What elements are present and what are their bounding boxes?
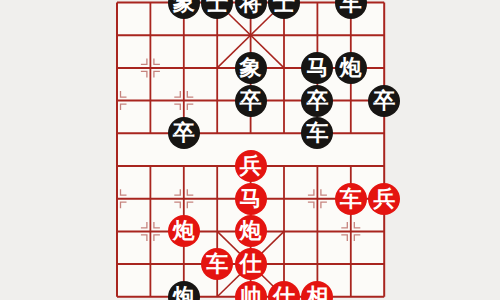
piece-red-cannon[interactable]: 炮: [235, 215, 267, 247]
piece-red-soldier[interactable]: 兵: [368, 183, 400, 215]
piece-red-soldier[interactable]: 兵: [235, 150, 267, 182]
piece-black-soldier[interactable]: 卒: [235, 85, 267, 117]
xiangqi-app: 象士将士车象马炮卒卒卒卒车炮兵马车兵炮炮车仕帅仕相: [0, 0, 500, 300]
piece-red-advisor[interactable]: 仕: [235, 248, 267, 280]
piece-black-cannon[interactable]: 炮: [335, 52, 367, 84]
piece-black-soldier[interactable]: 卒: [168, 117, 200, 149]
piece-red-chariot[interactable]: 车: [335, 183, 367, 215]
piece-black-soldier[interactable]: 卒: [301, 85, 333, 117]
piece-black-elephant[interactable]: 象: [235, 52, 267, 84]
piece-red-cannon[interactable]: 炮: [168, 215, 200, 247]
piece-black-soldier[interactable]: 卒: [368, 85, 400, 117]
piece-red-horse[interactable]: 马: [235, 183, 267, 215]
